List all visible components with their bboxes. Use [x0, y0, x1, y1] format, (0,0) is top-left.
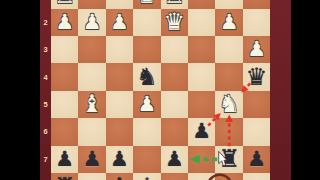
square-f3[interactable] [106, 36, 133, 63]
piece-black-pawn-g7[interactable]: ♟ [83, 149, 102, 170]
square-g2[interactable]: ♟ [78, 9, 105, 36]
square-c2[interactable] [188, 9, 215, 36]
piece-white-knight-b5[interactable]: ♞ [218, 92, 240, 116]
piece-white-bishop-g5[interactable]: ♝ [81, 92, 103, 116]
rank-label-2: 2 [40, 18, 51, 27]
piece-black-pawn-d7[interactable]: ♟ [165, 149, 184, 170]
square-c8[interactable] [188, 173, 215, 180]
square-a1[interactable] [243, 0, 270, 9]
square-d3[interactable] [161, 36, 188, 63]
square-d6[interactable] [161, 118, 188, 145]
piece-black-king-e8[interactable]: ♚ [136, 175, 158, 180]
piece-black-pawn-h7[interactable]: ♟ [55, 149, 74, 170]
square-a8[interactable] [243, 173, 270, 180]
square-a4[interactable]: ♛ [243, 63, 270, 90]
piece-black-rook-b7[interactable]: ♜ [218, 147, 240, 171]
piece-white-pawn-e5[interactable]: ♟ [138, 94, 157, 115]
square-g3[interactable] [78, 36, 105, 63]
square-g5[interactable]: ♝ [78, 91, 105, 118]
piece-black-bishop-f8[interactable]: ♝ [109, 175, 131, 180]
square-e1[interactable]: ♚ [133, 0, 160, 9]
square-h8[interactable]: ♜ [51, 173, 78, 180]
square-f8[interactable]: ♝ [106, 173, 133, 180]
square-f1[interactable] [106, 0, 133, 9]
piece-white-pawn-a3[interactable]: ♟ [247, 39, 266, 60]
square-d2[interactable]: ♛ [161, 9, 188, 36]
square-e5[interactable]: ♟ [133, 91, 160, 118]
square-h3[interactable] [51, 36, 78, 63]
square-e8[interactable]: ♚ [133, 173, 160, 180]
square-g6[interactable] [78, 118, 105, 145]
square-b5[interactable]: ♞ [215, 91, 242, 118]
square-d7[interactable]: ♟ [161, 146, 188, 173]
square-b3[interactable] [215, 36, 242, 63]
piece-white-pawn-f2[interactable]: ♟ [110, 12, 129, 33]
square-f2[interactable]: ♟ [106, 9, 133, 36]
square-f5[interactable] [106, 91, 133, 118]
square-c4[interactable] [188, 63, 215, 90]
piece-black-pawn-f7[interactable]: ♟ [110, 149, 129, 170]
square-b6[interactable] [215, 118, 242, 145]
piece-white-rook-d1[interactable]: ♜ [164, 0, 186, 7]
square-g7[interactable]: ♟ [78, 146, 105, 173]
square-c3[interactable] [188, 36, 215, 63]
square-b7[interactable]: ♜ [215, 146, 242, 173]
chess-board[interactable]: ♜♚♜♟♟♟♛♟♟♞♛♝♟♞♟♟♟♟♟♜♟♜♝♚ [51, 0, 270, 180]
piece-black-queen-a4[interactable]: ♛ [246, 65, 268, 89]
piece-white-pawn-g2[interactable]: ♟ [83, 12, 102, 33]
square-g4[interactable] [78, 63, 105, 90]
rank-label-5: 5 [40, 100, 51, 109]
square-e6[interactable] [133, 118, 160, 145]
piece-white-pawn-h2[interactable]: ♟ [55, 12, 74, 33]
square-g8[interactable] [78, 173, 105, 180]
square-h7[interactable]: ♟ [51, 146, 78, 173]
square-f4[interactable] [106, 63, 133, 90]
square-h4[interactable] [51, 63, 78, 90]
square-h1[interactable]: ♜ [51, 0, 78, 9]
square-c1[interactable] [188, 0, 215, 9]
square-a5[interactable] [243, 91, 270, 118]
square-h2[interactable]: ♟ [51, 9, 78, 36]
square-c5[interactable] [188, 91, 215, 118]
square-b2[interactable]: ♟ [215, 9, 242, 36]
chess-app-screenshot: 234567 ♜♚♜♟♟♟♛♟♟♞♛♝♟♞♟♟♟♟♟♜♟♜♝♚ [0, 0, 320, 180]
square-e7[interactable] [133, 146, 160, 173]
square-d4[interactable] [161, 63, 188, 90]
square-a6[interactable] [243, 118, 270, 145]
square-h6[interactable] [51, 118, 78, 145]
square-f6[interactable] [106, 118, 133, 145]
square-d8[interactable] [161, 173, 188, 180]
piece-white-king-e1[interactable]: ♚ [136, 0, 158, 7]
square-a2[interactable] [243, 9, 270, 36]
square-b8[interactable] [215, 173, 242, 180]
piece-black-pawn-c6[interactable]: ♟ [192, 121, 211, 142]
square-e3[interactable] [133, 36, 160, 63]
square-b4[interactable] [215, 63, 242, 90]
square-e4[interactable]: ♞ [133, 63, 160, 90]
rank-label-7: 7 [40, 155, 51, 164]
square-a7[interactable]: ♟ [243, 146, 270, 173]
square-c6[interactable]: ♟ [188, 118, 215, 145]
rank-label-3: 3 [40, 45, 51, 54]
square-e2[interactable] [133, 9, 160, 36]
piece-black-pawn-a7[interactable]: ♟ [247, 149, 266, 170]
square-g1[interactable] [78, 0, 105, 9]
square-c7[interactable] [188, 146, 215, 173]
square-f7[interactable]: ♟ [106, 146, 133, 173]
piece-white-pawn-b2[interactable]: ♟ [220, 12, 239, 33]
rank-label-4: 4 [40, 73, 51, 82]
square-h5[interactable] [51, 91, 78, 118]
piece-black-knight-e4[interactable]: ♞ [136, 65, 158, 89]
piece-white-rook-h1[interactable]: ♜ [54, 0, 76, 7]
rank-label-6: 6 [40, 127, 51, 136]
piece-black-rook-h8[interactable]: ♜ [54, 175, 76, 180]
square-a3[interactable]: ♟ [243, 36, 270, 63]
piece-white-queen-d2[interactable]: ♛ [164, 10, 186, 34]
square-d5[interactable] [161, 91, 188, 118]
square-b1[interactable] [215, 0, 242, 9]
